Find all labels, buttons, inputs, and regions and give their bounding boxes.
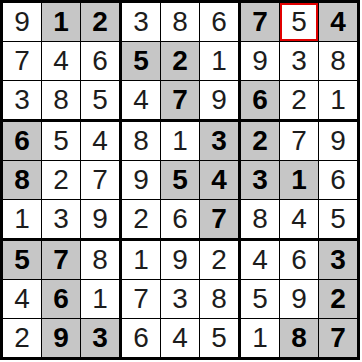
cell-r4c2[interactable]: 5 bbox=[42, 122, 81, 161]
cell-r6c1[interactable]: 1 bbox=[3, 200, 42, 241]
cell-r7c9[interactable]: 3 bbox=[319, 241, 357, 280]
cell-r5c5[interactable]: 5 bbox=[161, 161, 200, 200]
cell-r6c4[interactable]: 2 bbox=[122, 200, 161, 241]
cell-r6c8[interactable]: 4 bbox=[280, 200, 319, 241]
cell-r5c1[interactable]: 8 bbox=[3, 161, 42, 200]
cell-r8c2[interactable]: 6 bbox=[42, 280, 81, 319]
cell-r8c3[interactable]: 1 bbox=[81, 280, 122, 319]
cell-r9c1[interactable]: 2 bbox=[3, 319, 42, 357]
cell-r9c2[interactable]: 9 bbox=[42, 319, 81, 357]
cell-r6c5[interactable]: 6 bbox=[161, 200, 200, 241]
cell-r2c8[interactable]: 3 bbox=[280, 42, 319, 81]
cell-r4c5[interactable]: 1 bbox=[161, 122, 200, 161]
cell-r6c7[interactable]: 8 bbox=[241, 200, 280, 241]
cell-r2c2[interactable]: 4 bbox=[42, 42, 81, 81]
cell-r2c6[interactable]: 1 bbox=[200, 42, 241, 81]
cell-r4c3[interactable]: 4 bbox=[81, 122, 122, 161]
cell-r9c6[interactable]: 5 bbox=[200, 319, 241, 357]
cell-r1c6[interactable]: 6 bbox=[200, 3, 241, 42]
cell-r7c7[interactable]: 4 bbox=[241, 241, 280, 280]
cell-r6c3[interactable]: 9 bbox=[81, 200, 122, 241]
cell-r1c4[interactable]: 3 bbox=[122, 3, 161, 42]
cell-r5c9[interactable]: 6 bbox=[319, 161, 357, 200]
cell-r5c3[interactable]: 7 bbox=[81, 161, 122, 200]
cell-r6c2[interactable]: 3 bbox=[42, 200, 81, 241]
cell-r3c4[interactable]: 4 bbox=[122, 81, 161, 122]
cell-r3c9[interactable]: 1 bbox=[319, 81, 357, 122]
cell-r9c3[interactable]: 3 bbox=[81, 319, 122, 357]
cell-r1c7[interactable]: 7 bbox=[241, 3, 280, 42]
cell-r7c5[interactable]: 9 bbox=[161, 241, 200, 280]
cell-r2c3[interactable]: 6 bbox=[81, 42, 122, 81]
cell-r7c3[interactable]: 8 bbox=[81, 241, 122, 280]
cell-r7c1[interactable]: 5 bbox=[3, 241, 42, 280]
cell-r3c1[interactable]: 3 bbox=[3, 81, 42, 122]
cell-r2c4[interactable]: 5 bbox=[122, 42, 161, 81]
sudoku-board: 9123867547465219383854796216548132798279… bbox=[0, 0, 360, 360]
cell-r5c7[interactable]: 3 bbox=[241, 161, 280, 200]
cell-r4c6[interactable]: 3 bbox=[200, 122, 241, 161]
cell-r8c6[interactable]: 8 bbox=[200, 280, 241, 319]
cell-r1c1[interactable]: 9 bbox=[3, 3, 42, 42]
cell-r5c6[interactable]: 4 bbox=[200, 161, 241, 200]
cell-r8c9[interactable]: 2 bbox=[319, 280, 357, 319]
cell-r3c5[interactable]: 7 bbox=[161, 81, 200, 122]
cell-r6c6[interactable]: 7 bbox=[200, 200, 241, 241]
cell-r4c1[interactable]: 6 bbox=[3, 122, 42, 161]
cell-r3c6[interactable]: 9 bbox=[200, 81, 241, 122]
cell-r1c8[interactable]: 5 bbox=[280, 3, 319, 42]
cell-r4c8[interactable]: 7 bbox=[280, 122, 319, 161]
cell-r4c4[interactable]: 8 bbox=[122, 122, 161, 161]
cell-r2c5[interactable]: 2 bbox=[161, 42, 200, 81]
cell-r7c8[interactable]: 6 bbox=[280, 241, 319, 280]
cell-r9c8[interactable]: 8 bbox=[280, 319, 319, 357]
cell-r2c9[interactable]: 8 bbox=[319, 42, 357, 81]
cell-r6c9[interactable]: 5 bbox=[319, 200, 357, 241]
cell-r1c2[interactable]: 1 bbox=[42, 3, 81, 42]
cell-r3c8[interactable]: 2 bbox=[280, 81, 319, 122]
cell-r9c9[interactable]: 7 bbox=[319, 319, 357, 357]
cell-r1c3[interactable]: 2 bbox=[81, 3, 122, 42]
cell-r5c4[interactable]: 9 bbox=[122, 161, 161, 200]
cell-r8c5[interactable]: 3 bbox=[161, 280, 200, 319]
cell-r4c9[interactable]: 9 bbox=[319, 122, 357, 161]
cell-r8c7[interactable]: 5 bbox=[241, 280, 280, 319]
cell-r8c8[interactable]: 9 bbox=[280, 280, 319, 319]
cell-r4c7[interactable]: 2 bbox=[241, 122, 280, 161]
cell-r8c4[interactable]: 7 bbox=[122, 280, 161, 319]
cell-r3c2[interactable]: 8 bbox=[42, 81, 81, 122]
cell-r7c2[interactable]: 7 bbox=[42, 241, 81, 280]
cell-r9c7[interactable]: 1 bbox=[241, 319, 280, 357]
cell-r1c5[interactable]: 8 bbox=[161, 3, 200, 42]
cell-r8c1[interactable]: 4 bbox=[3, 280, 42, 319]
cell-r1c9[interactable]: 4 bbox=[319, 3, 357, 42]
cell-r3c7[interactable]: 6 bbox=[241, 81, 280, 122]
cell-r9c4[interactable]: 6 bbox=[122, 319, 161, 357]
cell-r7c4[interactable]: 1 bbox=[122, 241, 161, 280]
cell-r7c6[interactable]: 2 bbox=[200, 241, 241, 280]
cell-r5c2[interactable]: 2 bbox=[42, 161, 81, 200]
cell-r2c7[interactable]: 9 bbox=[241, 42, 280, 81]
cell-r3c3[interactable]: 5 bbox=[81, 81, 122, 122]
cell-r9c5[interactable]: 4 bbox=[161, 319, 200, 357]
cell-r2c1[interactable]: 7 bbox=[3, 42, 42, 81]
cell-r5c8[interactable]: 1 bbox=[280, 161, 319, 200]
